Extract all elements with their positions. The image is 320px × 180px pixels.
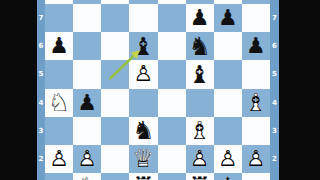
square-h5[interactable]	[242, 60, 270, 88]
square-f2[interactable]: ♟♙	[186, 145, 214, 173]
piece-white-knight[interactable]: ♞♘	[73, 173, 101, 180]
piece-white-pawn[interactable]: ♟♙	[242, 145, 270, 173]
piece-black-bishop[interactable]: ♝♝	[129, 32, 157, 60]
left-rank-labels: 765432	[37, 0, 45, 180]
rank-label-5: 5	[37, 69, 45, 79]
square-f4[interactable]	[186, 89, 214, 117]
piece-white-pawn[interactable]: ♟♙	[186, 145, 214, 173]
square-h2[interactable]: ♟♙	[242, 145, 270, 173]
square-a5[interactable]	[45, 60, 73, 88]
square-g3[interactable]	[214, 117, 242, 145]
rank-label-4: 4	[270, 98, 279, 108]
square-d1[interactable]: ♜♖	[129, 173, 157, 180]
rank-label-5: 5	[270, 69, 279, 79]
piece-black-bishop[interactable]: ♝♝	[186, 60, 214, 88]
board: ♜♜♛♛♜♜♚♚♟♟♟♟♟♟♝♝♞♞♟♟♟♙♝♝♞♘♟♟♝♗♞♞♝♗♟♙♟♙♛♕…	[45, 0, 270, 180]
piece-white-king[interactable]: ♚♔	[214, 173, 242, 180]
square-f3[interactable]: ♝♗	[186, 117, 214, 145]
square-d3[interactable]: ♞♞	[129, 117, 157, 145]
square-a4[interactable]: ♞♘	[45, 89, 73, 117]
square-c6[interactable]	[101, 32, 129, 60]
piece-black-knight[interactable]: ♞♞	[186, 32, 214, 60]
piece-black-pawn[interactable]: ♟♟	[73, 89, 101, 117]
square-h3[interactable]	[242, 117, 270, 145]
square-b5[interactable]	[73, 60, 101, 88]
square-a1[interactable]	[45, 173, 73, 180]
square-g1[interactable]: ♚♔	[214, 173, 242, 180]
square-e6[interactable]	[158, 32, 186, 60]
square-d6[interactable]: ♝♝	[129, 32, 157, 60]
square-g6[interactable]	[214, 32, 242, 60]
square-a2[interactable]: ♟♙	[45, 145, 73, 173]
piece-white-pawn[interactable]: ♟♙	[129, 60, 157, 88]
square-b6[interactable]	[73, 32, 101, 60]
square-e4[interactable]	[158, 89, 186, 117]
square-c7[interactable]	[101, 4, 129, 32]
piece-black-pawn[interactable]: ♟♟	[45, 32, 73, 60]
square-d2[interactable]: ♛♕	[129, 145, 157, 173]
rank-label-4: 4	[37, 98, 45, 108]
rank-label-7: 7	[270, 13, 279, 23]
rank-label-6: 6	[37, 41, 45, 51]
right-black-bar	[279, 0, 320, 180]
square-f7[interactable]: ♟♟	[186, 4, 214, 32]
piece-white-bishop[interactable]: ♝♗	[242, 89, 270, 117]
piece-black-pawn[interactable]: ♟♟	[186, 4, 214, 32]
piece-white-rook[interactable]: ♜♖	[129, 173, 157, 180]
square-d5[interactable]: ♟♙	[129, 60, 157, 88]
square-d4[interactable]	[129, 89, 157, 117]
square-g2[interactable]: ♟♙	[214, 145, 242, 173]
square-b3[interactable]	[73, 117, 101, 145]
left-black-bar	[0, 0, 37, 180]
square-b4[interactable]: ♟♟	[73, 89, 101, 117]
square-c3[interactable]	[101, 117, 129, 145]
piece-white-queen[interactable]: ♛♕	[129, 145, 157, 173]
square-b1[interactable]: ♞♘	[73, 173, 101, 180]
piece-black-pawn[interactable]: ♟♟	[242, 32, 270, 60]
rank-label-2: 2	[37, 154, 45, 164]
square-c5[interactable]	[101, 60, 129, 88]
piece-black-knight[interactable]: ♞♞	[129, 117, 157, 145]
square-g4[interactable]	[214, 89, 242, 117]
square-f5[interactable]: ♝♝	[186, 60, 214, 88]
square-c1[interactable]	[101, 173, 129, 180]
square-h1[interactable]	[242, 173, 270, 180]
piece-white-pawn[interactable]: ♟♙	[214, 145, 242, 173]
square-h7[interactable]	[242, 4, 270, 32]
square-e3[interactable]	[158, 117, 186, 145]
square-f6[interactable]: ♞♞	[186, 32, 214, 60]
square-c4[interactable]	[101, 89, 129, 117]
square-g5[interactable]	[214, 60, 242, 88]
rank-label-2: 2	[270, 154, 279, 164]
piece-white-bishop[interactable]: ♝♗	[186, 117, 214, 145]
right-rank-labels: 765432	[270, 0, 279, 180]
square-c2[interactable]	[101, 145, 129, 173]
square-g7[interactable]: ♟♟	[214, 4, 242, 32]
rank-label-3: 3	[270, 126, 279, 136]
square-b2[interactable]: ♟♙	[73, 145, 101, 173]
square-e2[interactable]	[158, 145, 186, 173]
piece-white-pawn[interactable]: ♟♙	[73, 145, 101, 173]
piece-white-rook[interactable]: ♜♖	[186, 173, 214, 180]
square-a7[interactable]	[45, 4, 73, 32]
square-b7[interactable]	[73, 4, 101, 32]
square-a3[interactable]	[45, 117, 73, 145]
square-f1[interactable]: ♜♖	[186, 173, 214, 180]
square-e7[interactable]	[158, 4, 186, 32]
rank-label-6: 6	[270, 41, 279, 51]
board-viewport: ♜♜♛♛♜♜♚♚♟♟♟♟♟♟♝♝♞♞♟♟♟♙♝♝♞♘♟♟♝♗♞♞♝♗♟♙♟♙♛♕…	[45, 0, 270, 180]
square-d7[interactable]	[129, 4, 157, 32]
square-h4[interactable]: ♝♗	[242, 89, 270, 117]
square-a6[interactable]: ♟♟	[45, 32, 73, 60]
piece-white-knight[interactable]: ♞♘	[45, 89, 73, 117]
rank-label-7: 7	[37, 13, 45, 23]
rank-label-3: 3	[37, 126, 45, 136]
square-e5[interactable]	[158, 60, 186, 88]
square-e1[interactable]	[158, 173, 186, 180]
piece-black-pawn[interactable]: ♟♟	[214, 4, 242, 32]
square-h6[interactable]: ♟♟	[242, 32, 270, 60]
piece-white-pawn[interactable]: ♟♙	[45, 145, 73, 173]
